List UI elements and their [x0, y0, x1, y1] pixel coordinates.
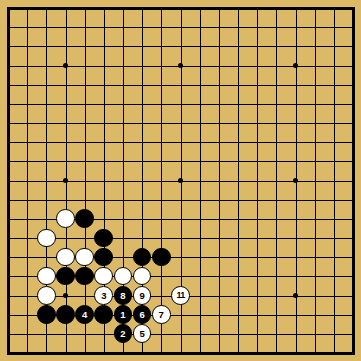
go-stone-black-7-16-move-6: 6	[133, 305, 152, 324]
go-stone-white-7-17-move-5: 5	[133, 324, 152, 343]
go-stone-white-5-14	[94, 267, 113, 286]
go-stone-black-4-11	[75, 209, 94, 228]
go-stone-black-4-16-move-4: 4	[75, 305, 94, 324]
stones-layer: 38911416725	[0, 0, 361, 361]
go-stone-black-2-16	[37, 305, 56, 324]
go-stone-black-7-13	[133, 248, 152, 267]
go-stone-white-3-13	[56, 248, 75, 267]
go-stone-black-5-12	[94, 229, 113, 248]
go-stone-white-6-14	[114, 267, 133, 286]
go-stone-black-6-16-move-1: 1	[114, 305, 133, 324]
go-stone-white-8-16-move-7: 7	[152, 305, 171, 324]
go-stone-white-7-15-move-9: 9	[133, 286, 152, 305]
go-stone-white-2-12	[37, 229, 56, 248]
go-stone-white-5-15-move-3: 3	[94, 286, 113, 305]
go-stone-white-9-15-move-11: 11	[171, 286, 190, 305]
go-stone-white-4-13	[75, 248, 94, 267]
go-stone-white-2-15	[37, 286, 56, 305]
go-stone-white-3-11	[56, 209, 75, 228]
go-stone-white-7-14	[133, 267, 152, 286]
go-stone-black-6-15-move-8: 8	[114, 286, 133, 305]
go-stone-black-3-16	[56, 305, 75, 324]
go-stone-black-5-16	[94, 305, 113, 324]
go-stone-black-3-14	[56, 267, 75, 286]
go-stone-white-2-14	[37, 267, 56, 286]
go-stone-black-8-13	[152, 248, 171, 267]
go-board-diagram: 38911416725	[0, 0, 361, 361]
go-stone-black-4-14	[75, 267, 94, 286]
go-stone-black-5-13	[94, 248, 113, 267]
go-stone-black-6-17-move-2: 2	[114, 324, 133, 343]
